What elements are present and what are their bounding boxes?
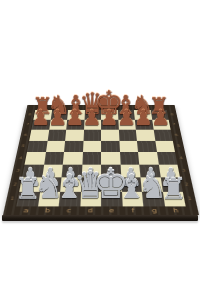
file-label: e <box>101 208 123 214</box>
file-label: g <box>143 208 165 214</box>
square-b6[interactable] <box>47 130 66 141</box>
piece-white-rook-h1[interactable]: ♜ <box>160 175 186 204</box>
square-h6[interactable] <box>153 130 173 141</box>
square-a6[interactable] <box>29 130 49 141</box>
file-label: h <box>164 208 186 214</box>
file-label: a <box>14 208 36 214</box>
board-edge <box>2 215 198 222</box>
file-label: b <box>36 208 58 214</box>
square-h5[interactable] <box>154 140 174 152</box>
square-e6[interactable] <box>101 130 119 141</box>
file-label: f <box>122 208 144 214</box>
square-f6[interactable] <box>118 130 136 141</box>
file-label: c <box>57 208 79 214</box>
square-a5[interactable] <box>27 140 47 152</box>
chess-photo-stage: abcdefgh abcdefgh 87654321 87654321 ♜♞♝♛… <box>0 0 200 300</box>
square-c6[interactable] <box>65 130 83 141</box>
square-g5[interactable] <box>136 140 156 152</box>
file-label: d <box>79 208 101 214</box>
square-b5[interactable] <box>45 140 65 152</box>
square-d5[interactable] <box>82 140 101 152</box>
file-labels-near: abcdefgh <box>14 208 186 214</box>
square-e5[interactable] <box>101 140 120 152</box>
square-g6[interactable] <box>135 130 154 141</box>
square-c5[interactable] <box>64 140 83 152</box>
piece-black-pawn-h7[interactable]: ♟ <box>151 107 170 128</box>
square-d6[interactable] <box>83 130 101 141</box>
square-f5[interactable] <box>118 140 137 152</box>
